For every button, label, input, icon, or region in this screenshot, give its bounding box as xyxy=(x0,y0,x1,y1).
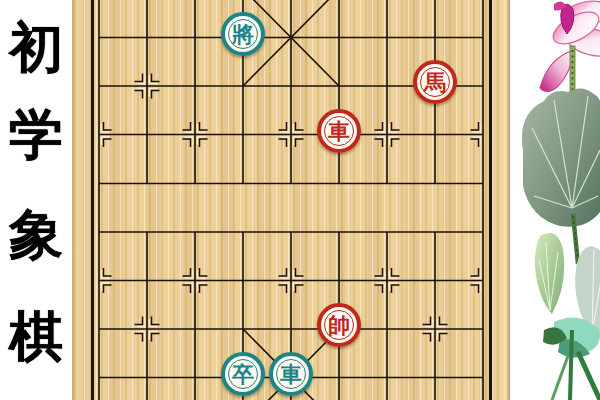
piece-glyph: 車 xyxy=(280,363,302,385)
left-banner: 初 学 象 棋 xyxy=(0,0,72,400)
piece-black-soldier[interactable]: 卒 xyxy=(221,352,265,396)
piece-glyph: 馬 xyxy=(424,72,446,94)
lotus-stem-upper xyxy=(570,46,575,96)
piece-ring: 車 xyxy=(324,116,354,146)
piece-glyph: 將 xyxy=(232,23,254,45)
piece-glyph: 帥 xyxy=(328,315,350,337)
piece-ring: 將 xyxy=(228,19,258,49)
piece-red-general[interactable]: 帥 xyxy=(317,303,361,347)
lotus-illustration xyxy=(510,0,600,400)
screenshot: 初 学 象 棋 將馬車帥卒車 xyxy=(0,0,600,400)
banner-char-4: 棋 xyxy=(0,310,72,364)
piece-red-horse[interactable]: 馬 xyxy=(413,60,457,104)
piece-glyph: 卒 xyxy=(232,363,254,385)
banner-char-1: 初 xyxy=(0,21,72,75)
lotus-big-leaf xyxy=(522,88,600,226)
banner-char-2: 学 xyxy=(0,108,72,162)
xiangqi-board[interactable]: 將馬車帥卒車 xyxy=(72,0,510,400)
lotus-bottom-leaves xyxy=(543,318,600,400)
piece-black-chariot[interactable]: 車 xyxy=(269,352,313,396)
piece-ring: 馬 xyxy=(420,67,450,97)
piece-ring: 車 xyxy=(276,359,306,389)
piece-ring: 卒 xyxy=(228,359,258,389)
piece-ring: 帥 xyxy=(324,310,354,340)
piece-grid: 將馬車帥卒車 xyxy=(75,0,507,400)
banner-char-3: 象 xyxy=(0,208,72,262)
piece-glyph: 車 xyxy=(328,120,350,142)
piece-black-general[interactable]: 將 xyxy=(221,12,265,56)
piece-red-chariot[interactable]: 車 xyxy=(317,109,361,153)
lotus-panel xyxy=(510,0,600,400)
